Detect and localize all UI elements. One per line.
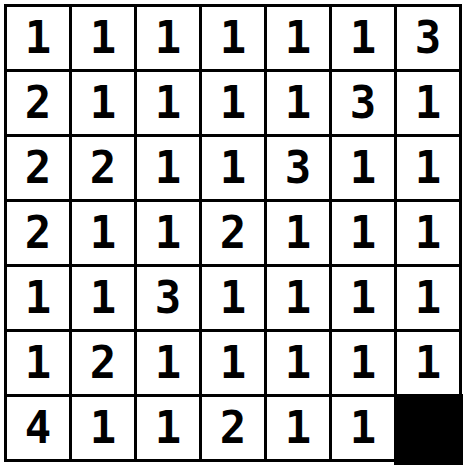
grid-cell-r2c1[interactable]: 2 [7,72,69,134]
grid-cell-r7c6[interactable]: 1 [332,397,394,459]
grid-cell-r1c3[interactable]: 1 [137,7,199,69]
minesweeper-page: 1111113211113122113112112111113111112111… [0,0,463,465]
grid-cell-r1c6[interactable]: 1 [332,7,394,69]
grid-cell-r3c3[interactable]: 1 [137,137,199,199]
grid-cell-r6c1[interactable]: 1 [7,332,69,394]
grid-cell-r4c1[interactable]: 2 [7,202,69,264]
grid-cell-r3c7[interactable]: 1 [397,137,459,199]
grid-cell-r5c1[interactable]: 1 [7,267,69,329]
grid-cell-r6c2[interactable]: 2 [72,332,134,394]
grid-cell-r6c7[interactable]: 1 [397,332,459,394]
grid-cell-r1c5[interactable]: 1 [267,7,329,69]
grid-cell-r1c2[interactable]: 1 [72,7,134,69]
grid-cell-r7c4[interactable]: 2 [202,397,264,459]
grid-cell-r2c2[interactable]: 1 [72,72,134,134]
grid-cell-r6c6[interactable]: 1 [332,332,394,394]
grid-cell-r2c5[interactable]: 1 [267,72,329,134]
grid-cell-r7c2[interactable]: 1 [72,397,134,459]
grid-cell-r7c1[interactable]: 4 [7,397,69,459]
grid-cell-r3c1[interactable]: 2 [7,137,69,199]
grid-cell-r6c4[interactable]: 1 [202,332,264,394]
grid-cell-r1c7[interactable]: 3 [397,7,459,69]
grid-cell-r1c4[interactable]: 1 [202,7,264,69]
grid-cell-r2c4[interactable]: 1 [202,72,264,134]
grid-cell-r5c2[interactable]: 1 [72,267,134,329]
black-cell-bleed [394,394,463,465]
grid-cell-r3c2[interactable]: 2 [72,137,134,199]
grid-cell-r5c4[interactable]: 1 [202,267,264,329]
grid-cell-r3c5[interactable]: 3 [267,137,329,199]
grid-cell-r5c6[interactable]: 1 [332,267,394,329]
grid-cell-r6c5[interactable]: 1 [267,332,329,394]
grid-cell-r4c5[interactable]: 1 [267,202,329,264]
grid-cell-r4c3[interactable]: 1 [137,202,199,264]
grid-cell-r4c2[interactable]: 1 [72,202,134,264]
grid-cell-r5c7[interactable]: 1 [397,267,459,329]
grid-cell-r2c6[interactable]: 3 [332,72,394,134]
grid-cell-r6c3[interactable]: 1 [137,332,199,394]
grid-cell-r4c6[interactable]: 1 [332,202,394,264]
grid-cell-r4c7[interactable]: 1 [397,202,459,264]
grid-cell-r5c5[interactable]: 1 [267,267,329,329]
grid-cell-r7c5[interactable]: 1 [267,397,329,459]
grid-cell-r5c3[interactable]: 3 [137,267,199,329]
grid-cell-r1c1[interactable]: 1 [7,7,69,69]
grid-cell-r4c4[interactable]: 2 [202,202,264,264]
grid-cell-r7c3[interactable]: 1 [137,397,199,459]
grid-cell-r3c4[interactable]: 1 [202,137,264,199]
grid-cell-r2c7[interactable]: 1 [397,72,459,134]
grid-cell-r3c6[interactable]: 1 [332,137,394,199]
grid-cell-r2c3[interactable]: 1 [137,72,199,134]
